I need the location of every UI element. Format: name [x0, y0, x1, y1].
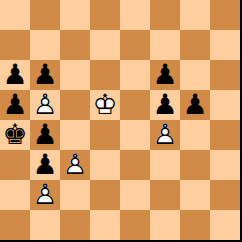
black-pawn-glyph: ♟: [30, 150, 60, 180]
square-h3[interactable]: [210, 150, 240, 180]
black-pawn[interactable]: ♟: [0, 90, 30, 120]
square-g1[interactable]: [180, 210, 210, 240]
white-pawn-outline: ♙: [30, 180, 60, 210]
square-c7[interactable]: [60, 30, 90, 60]
square-f1[interactable]: [150, 210, 180, 240]
black-pawn-glyph: ♟: [0, 90, 30, 120]
square-a1[interactable]: [0, 210, 30, 240]
square-e6[interactable]: [120, 60, 150, 90]
black-pawn[interactable]: ♟: [30, 120, 60, 150]
square-d4[interactable]: [90, 120, 120, 150]
white-pawn[interactable]: ♟♙: [30, 180, 60, 210]
black-pawn-glyph: ♟: [180, 90, 210, 120]
black-pawn[interactable]: ♟: [30, 60, 60, 90]
black-pawn-glyph: ♟: [30, 60, 60, 90]
square-a5[interactable]: ♟: [0, 90, 30, 120]
black-king[interactable]: ♚: [0, 120, 30, 150]
square-d2[interactable]: [90, 180, 120, 210]
black-pawn[interactable]: ♟: [150, 60, 180, 90]
square-g4[interactable]: [180, 120, 210, 150]
square-f2[interactable]: [150, 180, 180, 210]
black-pawn-glyph: ♟: [30, 120, 60, 150]
square-b6[interactable]: ♟: [30, 60, 60, 90]
square-c5[interactable]: [60, 90, 90, 120]
square-b1[interactable]: [30, 210, 60, 240]
black-pawn[interactable]: ♟: [180, 90, 210, 120]
square-e3[interactable]: [120, 150, 150, 180]
square-g2[interactable]: [180, 180, 210, 210]
square-g7[interactable]: [180, 30, 210, 60]
black-pawn[interactable]: ♟: [0, 60, 30, 90]
black-pawn-glyph: ♟: [150, 90, 180, 120]
black-pawn[interactable]: ♟: [150, 90, 180, 120]
square-b2[interactable]: ♟♙: [30, 180, 60, 210]
square-g3[interactable]: [180, 150, 210, 180]
chess-diagram: ♟♟♟♟♟♙♚♔♟♟♚♟♟♙♟♟♙♟♙: [0, 0, 242, 242]
square-h5[interactable]: [210, 90, 240, 120]
square-c4[interactable]: [60, 120, 90, 150]
white-pawn[interactable]: ♟♙: [30, 90, 60, 120]
white-king-outline: ♔: [90, 90, 120, 120]
white-pawn[interactable]: ♟♙: [60, 150, 90, 180]
black-pawn-glyph: ♟: [0, 60, 30, 90]
square-d7[interactable]: [90, 30, 120, 60]
square-b8[interactable]: [30, 0, 60, 30]
square-d6[interactable]: [90, 60, 120, 90]
square-d3[interactable]: [90, 150, 120, 180]
white-pawn-outline: ♙: [150, 120, 180, 150]
square-h6[interactable]: [210, 60, 240, 90]
square-e7[interactable]: [120, 30, 150, 60]
square-b4[interactable]: ♟: [30, 120, 60, 150]
square-d8[interactable]: [90, 0, 120, 30]
square-c3[interactable]: ♟♙: [60, 150, 90, 180]
square-f8[interactable]: [150, 0, 180, 30]
square-c8[interactable]: [60, 0, 90, 30]
square-f6[interactable]: ♟: [150, 60, 180, 90]
square-g6[interactable]: [180, 60, 210, 90]
black-pawn[interactable]: ♟: [30, 150, 60, 180]
black-pawn-glyph: ♟: [150, 60, 180, 90]
square-h2[interactable]: [210, 180, 240, 210]
square-b3[interactable]: ♟: [30, 150, 60, 180]
square-f3[interactable]: [150, 150, 180, 180]
white-pawn[interactable]: ♟♙: [150, 120, 180, 150]
chess-board: ♟♟♟♟♟♙♚♔♟♟♚♟♟♙♟♟♙♟♙: [0, 0, 240, 240]
square-c1[interactable]: [60, 210, 90, 240]
square-c2[interactable]: [60, 180, 90, 210]
black-king-glyph: ♚: [0, 120, 30, 150]
square-a3[interactable]: [0, 150, 30, 180]
square-g8[interactable]: [180, 0, 210, 30]
square-b7[interactable]: [30, 30, 60, 60]
square-f5[interactable]: ♟: [150, 90, 180, 120]
square-h1[interactable]: [210, 210, 240, 240]
square-a6[interactable]: ♟: [0, 60, 30, 90]
white-pawn-outline: ♙: [30, 90, 60, 120]
white-king[interactable]: ♚♔: [90, 90, 120, 120]
square-a2[interactable]: [0, 180, 30, 210]
square-e5[interactable]: [120, 90, 150, 120]
square-e1[interactable]: [120, 210, 150, 240]
square-a4[interactable]: ♚: [0, 120, 30, 150]
white-pawn-outline: ♙: [60, 150, 90, 180]
square-e2[interactable]: [120, 180, 150, 210]
square-a8[interactable]: [0, 0, 30, 30]
square-f4[interactable]: ♟♙: [150, 120, 180, 150]
square-h8[interactable]: [210, 0, 240, 30]
square-b5[interactable]: ♟♙: [30, 90, 60, 120]
square-h7[interactable]: [210, 30, 240, 60]
square-c6[interactable]: [60, 60, 90, 90]
square-e4[interactable]: [120, 120, 150, 150]
square-f7[interactable]: [150, 30, 180, 60]
square-e8[interactable]: [120, 0, 150, 30]
square-d1[interactable]: [90, 210, 120, 240]
square-a7[interactable]: [0, 30, 30, 60]
square-g5[interactable]: ♟: [180, 90, 210, 120]
square-d5[interactable]: ♚♔: [90, 90, 120, 120]
square-h4[interactable]: [210, 120, 240, 150]
